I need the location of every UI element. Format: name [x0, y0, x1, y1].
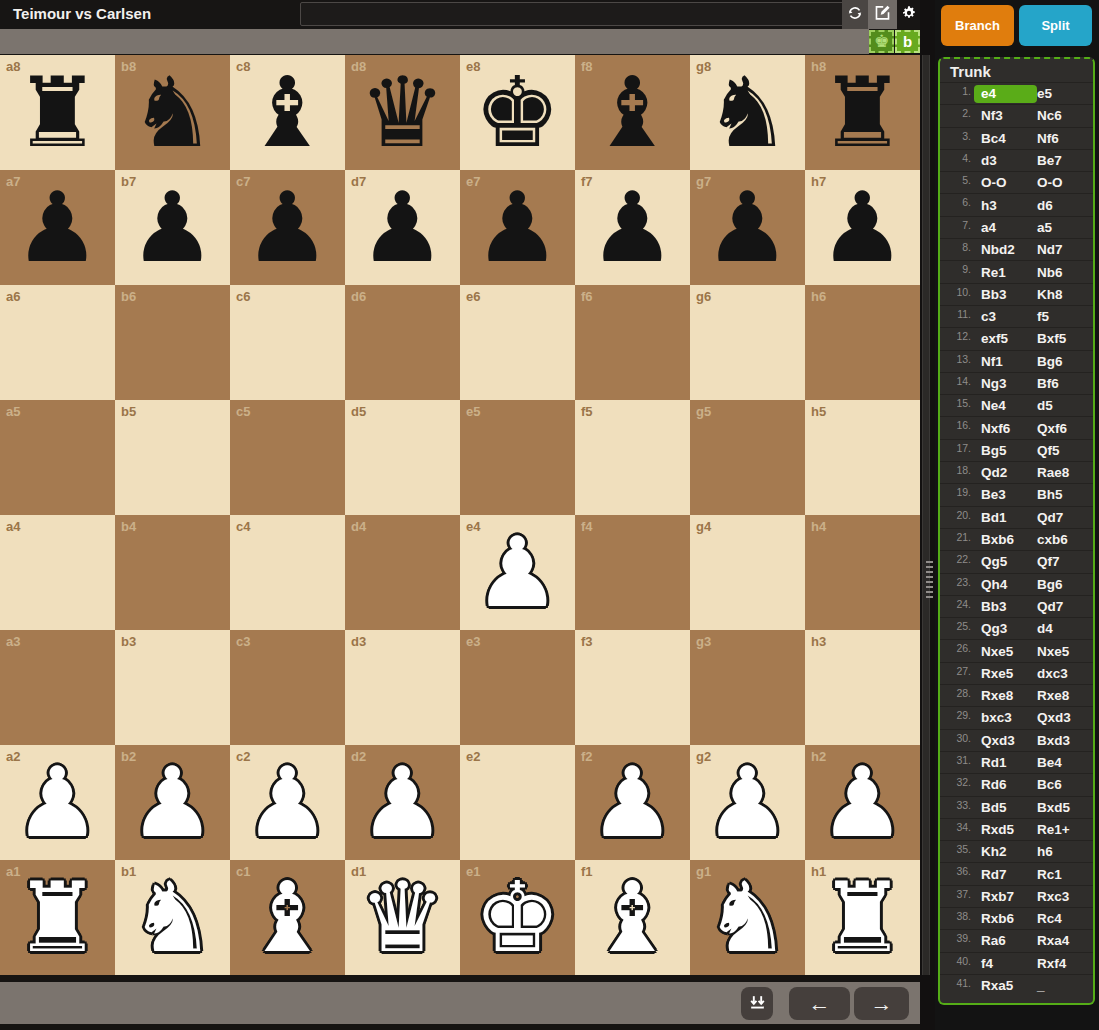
move-number: 41.: [944, 975, 971, 989]
white-queen[interactable]: ♛: [345, 860, 460, 975]
white-pawn[interactable]: ♟: [230, 745, 345, 860]
square-e5[interactable]: e5: [460, 400, 575, 515]
square-c8[interactable]: c8♝: [230, 55, 345, 170]
black-move[interactable]: Nxe5: [1037, 644, 1093, 659]
black-move[interactable]: _: [1037, 978, 1093, 993]
square-b3[interactable]: b3: [115, 630, 230, 745]
square-e8[interactable]: e8♚: [460, 55, 575, 170]
white-move[interactable]: Nbd2: [971, 242, 1037, 257]
move-row: 30.Qxd3Bxd3: [940, 729, 1093, 751]
square-label: d4: [351, 519, 366, 534]
move-row: 36.Rd7Rc1: [940, 862, 1093, 884]
move-row: 23.Qh4Bg6: [940, 573, 1093, 595]
move-row: 31.Rd1Be4: [940, 751, 1093, 773]
move-row: 19.Be3Bh5: [940, 483, 1093, 505]
square-f1[interactable]: f1♝: [575, 860, 690, 975]
square-h1[interactable]: h1♜: [805, 860, 920, 975]
move-tree-panel: Trunk 1.e4e52.Nf3Nc63.Bc4Nf64.d3Be75.O-O…: [938, 57, 1095, 1005]
square-label: g3: [696, 634, 711, 649]
square-label: e5: [466, 404, 480, 419]
white-move[interactable]: d3: [971, 153, 1037, 168]
square-b8[interactable]: b8♞: [115, 55, 230, 170]
square-label: b4: [121, 519, 136, 534]
move-number: 19.: [944, 484, 971, 498]
split-button[interactable]: Split: [1019, 5, 1092, 46]
white-move[interactable]: e4: [971, 85, 1037, 103]
panel-gutter: [920, 0, 935, 1030]
black-move[interactable]: cxb6: [1037, 532, 1093, 547]
black-move[interactable]: Kh8: [1037, 287, 1093, 302]
black-move[interactable]: Bxd3: [1037, 733, 1093, 748]
move-row: 14.Ng3Bf6: [940, 372, 1093, 394]
square-c2[interactable]: c2♟: [230, 745, 345, 860]
square-b5[interactable]: b5: [115, 400, 230, 515]
square-label: g5: [696, 404, 711, 419]
white-move[interactable]: Qxd3: [971, 733, 1037, 748]
black-move[interactable]: Bxf5: [1037, 331, 1093, 346]
white-move[interactable]: Nxf6: [971, 421, 1037, 436]
square-label: a5: [6, 404, 20, 419]
white-move[interactable]: Bd5: [971, 800, 1037, 815]
square-f3[interactable]: f3: [575, 630, 690, 745]
move-number: 9.: [944, 261, 971, 275]
black-move[interactable]: Be4: [1037, 755, 1093, 770]
move-number: 3.: [944, 128, 971, 142]
move-number: 10.: [944, 284, 971, 298]
move-row: 25.Qg3d4: [940, 617, 1093, 639]
move-number: 14.: [944, 373, 971, 387]
move-row: 32.Rd6Bc6: [940, 773, 1093, 795]
white-move[interactable]: Rxe8: [971, 688, 1037, 703]
square-a8[interactable]: a8♜: [0, 55, 115, 170]
move-row: 1.e4e5: [940, 82, 1093, 104]
white-move[interactable]: Bd1: [971, 510, 1037, 525]
move-row: 38.Rxb6Rc4: [940, 907, 1093, 929]
white-knight[interactable]: ♞: [115, 860, 230, 975]
move-row: 17.Bg5Qf5: [940, 439, 1093, 461]
square-d6[interactable]: d6: [345, 285, 460, 400]
move-number: 26.: [944, 640, 971, 654]
black-pawn[interactable]: ♟: [805, 170, 920, 285]
move-row: 10.Bb3Kh8: [940, 283, 1093, 305]
edit-button[interactable]: [868, 0, 897, 29]
black-knight[interactable]: ♞: [690, 55, 805, 170]
move-number: 29.: [944, 707, 971, 721]
white-move[interactable]: Qh4: [971, 577, 1037, 592]
square-label: h6: [811, 289, 826, 304]
black-move[interactable]: Bh5: [1037, 487, 1093, 502]
black-move[interactable]: Qd7: [1037, 510, 1093, 525]
edit-icon: [874, 4, 891, 25]
square-b7[interactable]: b7♟: [115, 170, 230, 285]
square-label: c5: [236, 404, 250, 419]
white-move[interactable]: Ne4: [971, 398, 1037, 413]
black-pawn[interactable]: ♟: [690, 170, 805, 285]
page-title: Teimour vs Carlsen: [13, 5, 151, 22]
white-pawn[interactable]: ♟: [115, 745, 230, 860]
white-move[interactable]: Nf1: [971, 354, 1037, 369]
white-move[interactable]: Ra6: [971, 933, 1037, 948]
black-knight[interactable]: ♞: [115, 55, 230, 170]
side-panel: Branch Split Trunk 1.e4e52.Nf3Nc63.Bc4Nf…: [935, 0, 1099, 1030]
square-a3[interactable]: a3: [0, 630, 115, 745]
black-move[interactable]: Rxc3: [1037, 889, 1093, 904]
square-e6[interactable]: e6: [460, 285, 575, 400]
square-c5[interactable]: c5: [230, 400, 345, 515]
move-row: 3.Bc4Nf6: [940, 127, 1093, 149]
white-pawn[interactable]: ♟: [690, 745, 805, 860]
move-number: 24.: [944, 596, 971, 610]
square-g5[interactable]: g5: [690, 400, 805, 515]
move-row: 13.Nf1Bg6: [940, 350, 1093, 372]
white-move[interactable]: Rxb7: [971, 889, 1037, 904]
white-move[interactable]: Rd6: [971, 777, 1037, 792]
white-move[interactable]: Nxe5: [971, 644, 1037, 659]
move-row: 2.Nf3Nc6: [940, 104, 1093, 126]
black-move[interactable]: Nd7: [1037, 242, 1093, 257]
move-number: 35.: [944, 841, 971, 855]
white-pawn[interactable]: ♟: [460, 515, 575, 630]
black-move[interactable]: f5: [1037, 309, 1093, 324]
move-row: 20.Bd1Qd7: [940, 506, 1093, 528]
move-row: 41.Rxa5_: [940, 974, 1093, 996]
square-a6[interactable]: a6: [0, 285, 115, 400]
square-label: e3: [466, 634, 480, 649]
white-move[interactable]: Bb3: [971, 287, 1037, 302]
square-label: f4: [581, 519, 593, 534]
black-move[interactable]: d5: [1037, 398, 1093, 413]
move-number: 31.: [944, 752, 971, 766]
black-rook[interactable]: ♜: [805, 55, 920, 170]
black-move[interactable]: Qd7: [1037, 599, 1093, 614]
black-move[interactable]: Rc4: [1037, 911, 1093, 926]
square-e4[interactable]: e4♟: [460, 515, 575, 630]
white-move[interactable]: Rxd5: [971, 822, 1037, 837]
white-move[interactable]: Nf3: [971, 108, 1037, 123]
white-move[interactable]: Bc4: [971, 131, 1037, 146]
square-c3[interactable]: c3: [230, 630, 345, 745]
move-row: 24.Bb3Qd7: [940, 595, 1093, 617]
square-label: a6: [6, 289, 20, 304]
black-move[interactable]: Be7: [1037, 153, 1093, 168]
black-move[interactable]: Nf6: [1037, 131, 1093, 146]
black-move[interactable]: Qf5: [1037, 443, 1093, 458]
black-move[interactable]: Bf6: [1037, 376, 1093, 391]
square-label: a4: [6, 519, 20, 534]
white-move[interactable]: h3: [971, 198, 1037, 213]
white-move[interactable]: Qg3: [971, 621, 1037, 636]
move-number: 30.: [944, 730, 971, 744]
square-d1[interactable]: d1♛: [345, 860, 460, 975]
square-e1[interactable]: e1♚: [460, 860, 575, 975]
square-f7[interactable]: f7♟: [575, 170, 690, 285]
black-move[interactable]: O-O: [1037, 175, 1093, 190]
move-row: 35.Kh2h6: [940, 840, 1093, 862]
square-label: f5: [581, 404, 593, 419]
white-move[interactable]: bxc3: [971, 710, 1037, 725]
white-move[interactable]: Bb3: [971, 599, 1037, 614]
white-move[interactable]: a4: [971, 220, 1037, 235]
next-move-button[interactable]: →: [854, 987, 909, 1020]
chess-analysis-app: Teimour vs Carlsen: [0, 0, 1099, 1030]
square-h8[interactable]: h8♜: [805, 55, 920, 170]
move-number: 20.: [944, 507, 971, 521]
square-b2[interactable]: b2♟: [115, 745, 230, 860]
move-row: 4.d3Be7: [940, 149, 1093, 171]
square-label: d3: [351, 634, 366, 649]
white-move[interactable]: Rd1: [971, 755, 1037, 770]
black-move[interactable]: Re1+: [1037, 822, 1093, 837]
square-h3[interactable]: h3: [805, 630, 920, 745]
black-pawn[interactable]: ♟: [460, 170, 575, 285]
resize-handle[interactable]: [926, 561, 933, 601]
square-a1[interactable]: a1♜: [0, 860, 115, 975]
skip-to-end-button[interactable]: [741, 987, 773, 1020]
white-move[interactable]: Re1: [971, 265, 1037, 280]
gear-icon: [901, 5, 917, 25]
move-number: 36.: [944, 863, 971, 877]
white-move[interactable]: c3: [971, 309, 1037, 324]
move-number: 40.: [944, 953, 971, 967]
move-row: 15.Ne4d5: [940, 394, 1093, 416]
black-move[interactable]: Rc1: [1037, 867, 1093, 882]
move-row: 34.Rxd5Re1+: [940, 818, 1093, 840]
black-pawn[interactable]: ♟: [575, 170, 690, 285]
previous-move-button[interactable]: ←: [789, 987, 850, 1020]
black-pawn[interactable]: ♟: [0, 170, 115, 285]
black-move[interactable]: Nb6: [1037, 265, 1093, 280]
black-move[interactable]: Qxd3: [1037, 710, 1093, 725]
square-e3[interactable]: e3: [460, 630, 575, 745]
square-a7[interactable]: a7♟: [0, 170, 115, 285]
white-move[interactable]: Rxb6: [971, 911, 1037, 926]
black-pawn[interactable]: ♟: [230, 170, 345, 285]
black-king[interactable]: ♚: [460, 55, 575, 170]
white-knight[interactable]: ♞: [690, 860, 805, 975]
square-label: b3: [121, 634, 136, 649]
black-move[interactable]: Rae8: [1037, 465, 1093, 480]
black-move[interactable]: dxc3: [1037, 666, 1093, 681]
move-row: 9.Re1Nb6: [940, 260, 1093, 282]
black-queen[interactable]: ♛: [345, 55, 460, 170]
move-number: 12.: [944, 328, 971, 342]
move-number: 2.: [944, 105, 971, 119]
move-row: 39.Ra6Rxa4: [940, 929, 1093, 951]
square-label: b5: [121, 404, 136, 419]
move-row: 12.exf5Bxf5: [940, 327, 1093, 349]
square-h2[interactable]: h2♟: [805, 745, 920, 860]
skip-to-end-icon: [748, 993, 767, 1015]
square-c4[interactable]: c4: [230, 515, 345, 630]
white-move[interactable]: Rxe5: [971, 666, 1037, 681]
move-row: 11.c3f5: [940, 305, 1093, 327]
white-move[interactable]: Rxa5: [971, 978, 1037, 993]
left-arrow-icon: ←: [809, 991, 831, 1017]
black-bishop[interactable]: ♝: [230, 55, 345, 170]
branch-button[interactable]: Branch: [941, 5, 1014, 46]
black-pawn[interactable]: ♟: [345, 170, 460, 285]
square-h6[interactable]: h6: [805, 285, 920, 400]
text-input[interactable]: [300, 2, 848, 26]
black-move[interactable]: Qf7: [1037, 554, 1093, 569]
move-number: 21.: [944, 529, 971, 543]
white-pawn[interactable]: ♟: [805, 745, 920, 860]
settings-button[interactable]: [897, 0, 920, 29]
refresh-button[interactable]: [842, 0, 868, 29]
square-g3[interactable]: g3: [690, 630, 805, 745]
white-rook[interactable]: ♜: [805, 860, 920, 975]
move-row: 5.O-OO-O: [940, 171, 1093, 193]
square-g7[interactable]: g7♟: [690, 170, 805, 285]
gutter-strip: [922, 55, 930, 975]
title-bar: Teimour vs Carlsen: [0, 0, 920, 29]
black-move[interactable]: Nc6: [1037, 108, 1093, 123]
white-bishop[interactable]: ♝: [575, 860, 690, 975]
black-move[interactable]: Bg6: [1037, 577, 1093, 592]
square-label: d6: [351, 289, 366, 304]
move-row: 18.Qd2Rae8: [940, 461, 1093, 483]
black-move[interactable]: e5: [1037, 86, 1093, 101]
white-king[interactable]: ♚: [460, 860, 575, 975]
square-label: f3: [581, 634, 593, 649]
move-number: 34.: [944, 819, 971, 833]
white-pawn[interactable]: ♟: [575, 745, 690, 860]
square-d7[interactable]: d7♟: [345, 170, 460, 285]
square-f4[interactable]: f4: [575, 515, 690, 630]
move-number: 39.: [944, 930, 971, 944]
square-d5[interactable]: d5: [345, 400, 460, 515]
black-move[interactable]: d4: [1037, 621, 1093, 636]
move-number: 25.: [944, 618, 971, 632]
white-rook[interactable]: ♜: [0, 860, 115, 975]
square-h5[interactable]: h5: [805, 400, 920, 515]
white-move[interactable]: O-O: [971, 175, 1037, 190]
square-c7[interactable]: c7♟: [230, 170, 345, 285]
square-label: a3: [6, 634, 20, 649]
black-move[interactable]: h6: [1037, 844, 1093, 859]
move-row: 26.Nxe5Nxe5: [940, 639, 1093, 661]
move-number: 15.: [944, 395, 971, 409]
black-move[interactable]: Bc6: [1037, 777, 1093, 792]
move-number: 38.: [944, 908, 971, 922]
right-arrow-icon: →: [871, 991, 893, 1017]
move-number: 37.: [944, 886, 971, 900]
square-d4[interactable]: d4: [345, 515, 460, 630]
square-f6[interactable]: f6: [575, 285, 690, 400]
square-label: h3: [811, 634, 826, 649]
white-move[interactable]: Bxb6: [971, 532, 1037, 547]
square-h4[interactable]: h4: [805, 515, 920, 630]
white-pawn[interactable]: ♟: [0, 745, 115, 860]
tree-header: Trunk: [940, 59, 1093, 82]
square-b6[interactable]: b6: [115, 285, 230, 400]
square-d2[interactable]: d2♟: [345, 745, 460, 860]
white-move[interactable]: Be3: [971, 487, 1037, 502]
white-move[interactable]: Qd2: [971, 465, 1037, 480]
move-number: 27.: [944, 663, 971, 677]
move-row: 16.Nxf6Qxf6: [940, 416, 1093, 438]
square-label: h4: [811, 519, 826, 534]
white-bishop[interactable]: ♝: [230, 860, 345, 975]
black-move[interactable]: Qxf6: [1037, 421, 1093, 436]
black-bishop[interactable]: ♝: [575, 55, 690, 170]
move-row: 6.h3d6: [940, 193, 1093, 215]
square-label: c3: [236, 634, 250, 649]
square-label: g4: [696, 519, 711, 534]
black-move[interactable]: Rxa4: [1037, 933, 1093, 948]
move-row: 29.bxc3Qxd3: [940, 706, 1093, 728]
move-number: 17.: [944, 440, 971, 454]
white-pawn[interactable]: ♟: [345, 745, 460, 860]
square-d3[interactable]: d3: [345, 630, 460, 745]
nav-bar: ← →: [0, 982, 920, 1024]
square-g6[interactable]: g6: [690, 285, 805, 400]
move-row: 40.f4Rxf4: [940, 952, 1093, 974]
square-g2[interactable]: g2♟: [690, 745, 805, 860]
square-f5[interactable]: f5: [575, 400, 690, 515]
square-f8[interactable]: f8♝: [575, 55, 690, 170]
move-number: 23.: [944, 574, 971, 588]
black-move[interactable]: Rxe8: [1037, 688, 1093, 703]
white-move[interactable]: Bg5: [971, 443, 1037, 458]
square-g8[interactable]: g8♞: [690, 55, 805, 170]
square-a5[interactable]: a5: [0, 400, 115, 515]
white-move[interactable]: Rd7: [971, 867, 1037, 882]
move-number: 8.: [944, 239, 971, 253]
square-a4[interactable]: a4: [0, 515, 115, 630]
move-number: 28.: [944, 685, 971, 699]
square-c6[interactable]: c6: [230, 285, 345, 400]
white-move[interactable]: Kh2: [971, 844, 1037, 859]
white-move[interactable]: Ng3: [971, 376, 1037, 391]
move-row: 28.Rxe8Rxe8: [940, 684, 1093, 706]
square-h7[interactable]: h7♟: [805, 170, 920, 285]
square-a2[interactable]: a2♟: [0, 745, 115, 860]
king-tile[interactable]: ♚: [869, 30, 894, 53]
square-e2[interactable]: e2: [460, 745, 575, 860]
square-label: e6: [466, 289, 480, 304]
square-d8[interactable]: d8♛: [345, 55, 460, 170]
square-g1[interactable]: g1♞: [690, 860, 805, 975]
black-move[interactable]: Rxf4: [1037, 956, 1093, 971]
square-e7[interactable]: e7♟: [460, 170, 575, 285]
move-number: 5.: [944, 172, 971, 186]
black-rook[interactable]: ♜: [0, 55, 115, 170]
square-c1[interactable]: c1♝: [230, 860, 345, 975]
square-g4[interactable]: g4: [690, 515, 805, 630]
chess-board: a8♜b8♞c8♝d8♛e8♚f8♝g8♞h8♜a7♟b7♟c7♟d7♟e7♟f…: [0, 55, 920, 975]
move-list: 1.e4e52.Nf3Nc63.Bc4Nf64.d3Be75.O-OO-O6.h…: [940, 82, 1093, 996]
black-pawn[interactable]: ♟: [115, 170, 230, 285]
move-number: 1.: [944, 83, 971, 97]
king-icon: ♚: [874, 33, 889, 50]
move-row: 33.Bd5Bxd5: [940, 796, 1093, 818]
black-move[interactable]: Bg6: [1037, 354, 1093, 369]
square-b4[interactable]: b4: [115, 515, 230, 630]
black-move[interactable]: a5: [1037, 220, 1093, 235]
square-label: e2: [466, 749, 480, 764]
white-move[interactable]: exf5: [971, 331, 1037, 346]
turn-to-move-badge[interactable]: b: [895, 30, 920, 53]
black-move[interactable]: Bxd5: [1037, 800, 1093, 815]
move-row: 21.Bxb6cxb6: [940, 528, 1093, 550]
white-move[interactable]: f4: [971, 956, 1037, 971]
white-move[interactable]: Qg5: [971, 554, 1037, 569]
eval-bar: [0, 29, 869, 54]
black-move[interactable]: d6: [1037, 198, 1093, 213]
square-b1[interactable]: b1♞: [115, 860, 230, 975]
square-f2[interactable]: f2♟: [575, 745, 690, 860]
